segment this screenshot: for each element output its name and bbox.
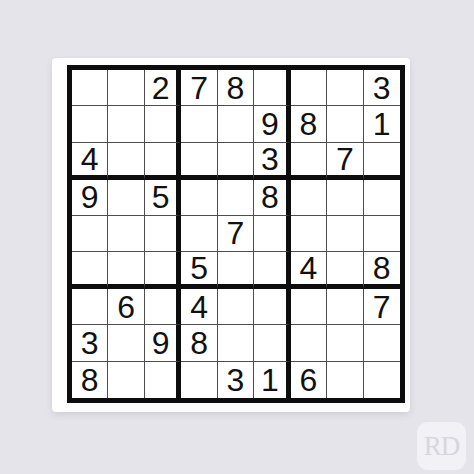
cell-r3c5-empty — [218, 143, 254, 180]
cell-r4c1-given: 9 — [72, 180, 108, 216]
cell-r5c9-empty — [364, 216, 400, 252]
cell-r5c1-empty — [72, 216, 108, 252]
cell-r8c1-given: 3 — [72, 325, 108, 361]
cell-r3c6-given: 3 — [254, 143, 290, 180]
cell-r4c8-empty — [327, 180, 363, 216]
cell-r3c9-empty — [364, 143, 400, 180]
cell-r3c4-empty — [181, 143, 217, 180]
cell-r6c6-empty — [254, 252, 290, 289]
cell-r2c6-given: 9 — [254, 106, 290, 142]
puzzle-card: 278398143795875486473988316 — [52, 58, 410, 412]
cell-r7c2-given: 6 — [108, 289, 144, 325]
cell-r9c4-empty — [181, 362, 217, 398]
rd-logo-text: RD — [424, 431, 460, 462]
cell-r9c6-given: 1 — [254, 362, 290, 398]
cell-r3c3-empty — [145, 143, 181, 180]
cell-r8c9-empty — [364, 325, 400, 361]
cell-r7c8-empty — [327, 289, 363, 325]
cell-r3c2-empty — [108, 143, 144, 180]
background: { "game": "sudoku", "position": "..278..… — [0, 0, 474, 474]
cell-r8c3-given: 9 — [145, 325, 181, 361]
cell-r4c2-empty — [108, 180, 144, 216]
cell-r5c8-empty — [327, 216, 363, 252]
cell-r1c8-empty — [327, 70, 363, 106]
cell-r1c3-given: 2 — [145, 70, 181, 106]
cell-r2c1-empty — [72, 106, 108, 142]
cell-r6c7-given: 4 — [291, 252, 327, 289]
cell-r1c7-empty — [291, 70, 327, 106]
cell-r1c4-given: 7 — [181, 70, 217, 106]
cell-r4c5-empty — [218, 180, 254, 216]
cell-r8c6-empty — [254, 325, 290, 361]
cell-r3c1-given: 4 — [72, 143, 108, 180]
sudoku-board: 278398143795875486473988316 — [67, 65, 405, 403]
cell-r6c4-given: 5 — [181, 252, 217, 289]
cell-r1c6-empty — [254, 70, 290, 106]
cell-r6c5-empty — [218, 252, 254, 289]
cell-r3c7-empty — [291, 143, 327, 180]
cell-r7c9-given: 7 — [364, 289, 400, 325]
cell-r5c6-empty — [254, 216, 290, 252]
rd-logo-badge: RD — [417, 422, 466, 470]
cell-r2c7-given: 8 — [291, 106, 327, 142]
cell-r9c8-empty — [327, 362, 363, 398]
cell-r8c8-empty — [327, 325, 363, 361]
cell-r9c7-given: 6 — [291, 362, 327, 398]
cell-r8c4-given: 8 — [181, 325, 217, 361]
cell-r5c7-empty — [291, 216, 327, 252]
cell-r4c7-empty — [291, 180, 327, 216]
cell-r5c3-empty — [145, 216, 181, 252]
cell-r4c4-empty — [181, 180, 217, 216]
cell-r5c4-empty — [181, 216, 217, 252]
cell-r1c2-empty — [108, 70, 144, 106]
cell-r5c2-empty — [108, 216, 144, 252]
cell-r9c9-empty — [364, 362, 400, 398]
cell-r9c1-given: 8 — [72, 362, 108, 398]
cell-r9c5-given: 3 — [218, 362, 254, 398]
cell-r2c9-given: 1 — [364, 106, 400, 142]
cell-r7c6-empty — [254, 289, 290, 325]
cell-r8c5-empty — [218, 325, 254, 361]
cell-r2c2-empty — [108, 106, 144, 142]
cell-r2c8-empty — [327, 106, 363, 142]
cell-r6c9-given: 8 — [364, 252, 400, 289]
cell-r9c3-empty — [145, 362, 181, 398]
cell-r4c6-given: 8 — [254, 180, 290, 216]
cell-r4c3-given: 5 — [145, 180, 181, 216]
cell-r7c5-empty — [218, 289, 254, 325]
cell-r7c3-empty — [145, 289, 181, 325]
cell-r2c3-empty — [145, 106, 181, 142]
cell-r7c7-empty — [291, 289, 327, 325]
cell-r4c9-empty — [364, 180, 400, 216]
cell-r1c5-given: 8 — [218, 70, 254, 106]
cell-r7c1-empty — [72, 289, 108, 325]
cell-r6c2-empty — [108, 252, 144, 289]
cell-r6c3-empty — [145, 252, 181, 289]
cell-r5c5-given: 7 — [218, 216, 254, 252]
cell-r1c9-given: 3 — [364, 70, 400, 106]
cell-r9c2-empty — [108, 362, 144, 398]
cell-r1c1-empty — [72, 70, 108, 106]
cell-r6c1-empty — [72, 252, 108, 289]
cell-r3c8-given: 7 — [327, 143, 363, 180]
cell-r6c8-empty — [327, 252, 363, 289]
cell-r8c2-empty — [108, 325, 144, 361]
cell-r8c7-empty — [291, 325, 327, 361]
cell-r2c5-empty — [218, 106, 254, 142]
cell-r2c4-empty — [181, 106, 217, 142]
cell-r7c4-given: 4 — [181, 289, 217, 325]
